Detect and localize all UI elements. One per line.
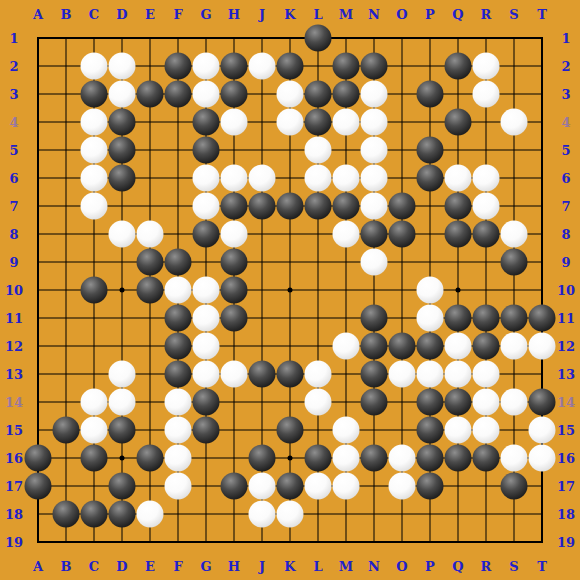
stone-white-R3 [473,81,500,108]
stone-white-T16 [529,445,556,472]
stone-black-P12 [417,333,444,360]
stone-white-C14 [81,389,108,416]
stone-white-P13 [417,361,444,388]
coord-label-right-6: 6 [561,172,570,185]
coord-label-left-1: 1 [9,32,18,45]
coord-label-top-A: A [33,8,43,21]
stone-black-N16 [361,445,388,472]
stone-black-B15 [53,417,80,444]
stone-white-G6 [193,165,220,192]
coord-label-top-K: K [284,8,295,21]
coord-label-bottom-N: N [368,560,380,573]
coord-label-left-11: 11 [5,312,23,325]
stone-black-J13 [249,361,276,388]
stone-black-P6 [417,165,444,192]
coord-label-left-2: 2 [9,60,18,73]
stone-black-M7 [333,193,360,220]
stone-black-E3 [137,81,164,108]
stone-black-G4 [193,109,220,136]
coord-label-top-G: G [200,8,211,21]
coord-label-bottom-H: H [228,560,240,573]
stone-black-K2 [277,53,304,80]
coord-label-top-T: T [537,8,547,21]
stone-black-P15 [417,417,444,444]
stone-black-F2 [165,53,192,80]
stone-black-Q7 [445,193,472,220]
stone-black-K17 [277,473,304,500]
stone-white-F15 [165,417,192,444]
stone-white-M15 [333,417,360,444]
coord-label-right-12: 12 [557,340,575,353]
stone-black-M3 [333,81,360,108]
stone-white-K4 [277,109,304,136]
stone-white-T12 [529,333,556,360]
coord-label-left-18: 18 [5,508,23,521]
stone-black-D15 [109,417,136,444]
stone-black-R12 [473,333,500,360]
stone-white-M12 [333,333,360,360]
stone-black-D6 [109,165,136,192]
stone-white-Q13 [445,361,472,388]
coord-label-bottom-J: J [259,560,265,573]
stone-black-C3 [81,81,108,108]
stone-black-S9 [501,249,528,276]
coord-label-top-Q: Q [452,8,463,21]
stone-white-P10 [417,277,444,304]
stone-black-P17 [417,473,444,500]
stone-white-E18 [137,501,164,528]
stone-black-M2 [333,53,360,80]
stone-black-E16 [137,445,164,472]
stone-white-Q6 [445,165,472,192]
stone-white-S14 [501,389,528,416]
stone-white-N5 [361,137,388,164]
stone-black-Q2 [445,53,472,80]
coord-label-top-D: D [116,8,127,21]
coord-label-right-4: 4 [561,116,570,129]
coord-label-left-15: 15 [5,424,23,437]
stone-white-K18 [277,501,304,528]
stone-white-G11 [193,305,220,332]
coord-label-top-L: L [313,8,322,21]
stone-white-G2 [193,53,220,80]
stone-white-H4 [221,109,248,136]
coord-label-top-F: F [173,8,182,21]
stone-black-H11 [221,305,248,332]
stone-white-R6 [473,165,500,192]
stone-white-D14 [109,389,136,416]
stone-black-P3 [417,81,444,108]
stone-black-Q8 [445,221,472,248]
stone-black-E10 [137,277,164,304]
coord-label-right-8: 8 [561,228,570,241]
stone-white-L6 [305,165,332,192]
coord-label-top-C: C [89,8,99,21]
coord-label-bottom-P: P [425,560,435,573]
stone-white-O16 [389,445,416,472]
coord-label-top-B: B [61,8,72,21]
stone-black-Q16 [445,445,472,472]
stone-black-H3 [221,81,248,108]
stone-black-N11 [361,305,388,332]
coord-label-right-14: 14 [557,396,575,409]
coord-label-left-9: 9 [9,256,18,269]
coord-label-top-S: S [509,8,518,21]
stone-white-C5 [81,137,108,164]
stone-white-D8 [109,221,136,248]
stone-white-F17 [165,473,192,500]
stone-black-D17 [109,473,136,500]
stone-black-P16 [417,445,444,472]
coord-label-bottom-G: G [200,560,211,573]
coord-label-right-11: 11 [557,312,575,325]
stone-white-R14 [473,389,500,416]
stone-white-R2 [473,53,500,80]
stone-black-L16 [305,445,332,472]
stone-white-H13 [221,361,248,388]
stone-white-C2 [81,53,108,80]
stone-black-L7 [305,193,332,220]
coord-label-left-4: 4 [9,116,18,129]
stone-black-P14 [417,389,444,416]
coord-label-right-15: 15 [557,424,575,437]
stone-black-H9 [221,249,248,276]
coord-label-right-16: 16 [557,452,575,465]
stone-white-S4 [501,109,528,136]
stone-white-S16 [501,445,528,472]
stone-black-Q11 [445,305,472,332]
stone-white-O13 [389,361,416,388]
stone-white-F14 [165,389,192,416]
coord-label-left-5: 5 [9,144,18,157]
stone-black-C18 [81,501,108,528]
stone-white-L17 [305,473,332,500]
stone-black-K15 [277,417,304,444]
stone-black-O12 [389,333,416,360]
stone-white-H6 [221,165,248,192]
stone-black-R11 [473,305,500,332]
stone-white-R15 [473,417,500,444]
stone-black-C10 [81,277,108,304]
coord-label-bottom-F: F [173,560,182,573]
coord-label-top-H: H [228,8,240,21]
coord-label-bottom-T: T [537,560,547,573]
stone-black-B18 [53,501,80,528]
coord-label-left-3: 3 [9,88,18,101]
coord-label-bottom-S: S [509,560,518,573]
coord-label-left-17: 17 [5,480,23,493]
coord-label-top-R: R [481,8,492,21]
stone-white-S8 [501,221,528,248]
stone-black-A16 [25,445,52,472]
stone-white-F10 [165,277,192,304]
stone-black-O7 [389,193,416,220]
coord-label-left-19: 19 [5,536,23,549]
coord-label-top-M: M [339,8,353,21]
go-board[interactable]: AABBCCDDEEFFGGHHJJKKLLMMNNOOPPQQRRSSTT11… [0,0,580,580]
stone-white-J6 [249,165,276,192]
stone-white-D13 [109,361,136,388]
stone-black-P5 [417,137,444,164]
stone-black-N13 [361,361,388,388]
stone-black-J7 [249,193,276,220]
stone-black-H10 [221,277,248,304]
stone-black-L1 [305,25,332,52]
stone-white-C4 [81,109,108,136]
stone-white-N3 [361,81,388,108]
stone-black-G14 [193,389,220,416]
stone-white-P11 [417,305,444,332]
stone-white-Q15 [445,417,472,444]
coord-label-right-9: 9 [561,256,570,269]
stone-white-J17 [249,473,276,500]
stone-black-J16 [249,445,276,472]
coord-label-left-12: 12 [5,340,23,353]
coord-label-right-17: 17 [557,480,575,493]
stone-white-M16 [333,445,360,472]
coord-label-left-7: 7 [9,200,18,213]
stone-white-D2 [109,53,136,80]
coord-label-bottom-A: A [33,560,43,573]
coord-label-bottom-Q: Q [452,560,463,573]
stone-white-H8 [221,221,248,248]
stone-black-R16 [473,445,500,472]
stone-white-E8 [137,221,164,248]
stone-black-Q4 [445,109,472,136]
coord-label-left-16: 16 [5,452,23,465]
coord-label-bottom-E: E [145,560,155,573]
coord-label-top-O: O [396,8,407,21]
coord-label-right-13: 13 [557,368,575,381]
coord-label-bottom-M: M [339,560,353,573]
stone-black-G5 [193,137,220,164]
coord-label-top-N: N [368,8,380,21]
stone-white-O17 [389,473,416,500]
stone-black-H7 [221,193,248,220]
stone-white-G13 [193,361,220,388]
coord-label-bottom-K: K [284,560,295,573]
stone-black-H17 [221,473,248,500]
coord-label-right-3: 3 [561,88,570,101]
stone-black-K13 [277,361,304,388]
stone-white-L14 [305,389,332,416]
stone-black-Q14 [445,389,472,416]
stone-white-C15 [81,417,108,444]
stone-black-S17 [501,473,528,500]
coord-label-top-P: P [425,8,435,21]
coord-label-left-8: 8 [9,228,18,241]
stone-white-M4 [333,109,360,136]
stone-white-N4 [361,109,388,136]
stone-white-D3 [109,81,136,108]
stone-white-M8 [333,221,360,248]
stone-white-N6 [361,165,388,192]
stone-black-F12 [165,333,192,360]
stone-black-N2 [361,53,388,80]
coord-label-left-10: 10 [5,284,23,297]
coord-label-right-19: 19 [557,536,575,549]
stone-black-F9 [165,249,192,276]
stone-white-R13 [473,361,500,388]
stone-white-G12 [193,333,220,360]
coord-label-bottom-B: B [61,560,72,573]
stone-white-K3 [277,81,304,108]
stone-black-L4 [305,109,332,136]
stone-black-N8 [361,221,388,248]
stone-white-L13 [305,361,332,388]
stone-black-F11 [165,305,192,332]
coord-label-right-5: 5 [561,144,570,157]
stone-white-G3 [193,81,220,108]
coord-label-bottom-O: O [396,560,407,573]
stone-white-C7 [81,193,108,220]
stone-white-G10 [193,277,220,304]
go-app-window: { "game": "go", "board": { "size": 19, "… [0,0,580,580]
coord-label-bottom-L: L [313,560,322,573]
stone-black-R8 [473,221,500,248]
coord-label-bottom-R: R [481,560,492,573]
stone-black-F13 [165,361,192,388]
stone-black-K7 [277,193,304,220]
coord-label-left-6: 6 [9,172,18,185]
coord-label-left-13: 13 [5,368,23,381]
stone-white-F16 [165,445,192,472]
stone-black-T14 [529,389,556,416]
stone-black-A17 [25,473,52,500]
stone-white-M6 [333,165,360,192]
stone-black-S11 [501,305,528,332]
coord-label-bottom-C: C [89,560,99,573]
stone-white-L5 [305,137,332,164]
stone-black-L3 [305,81,332,108]
coord-label-right-10: 10 [557,284,575,297]
stone-white-T15 [529,417,556,444]
stone-black-N14 [361,389,388,416]
stone-white-C6 [81,165,108,192]
stone-black-G8 [193,221,220,248]
stone-white-Q12 [445,333,472,360]
stone-white-S12 [501,333,528,360]
coord-label-top-E: E [145,8,155,21]
stone-black-N12 [361,333,388,360]
stone-black-F3 [165,81,192,108]
stone-black-E9 [137,249,164,276]
stone-white-N9 [361,249,388,276]
stone-white-G7 [193,193,220,220]
coord-label-right-1: 1 [561,32,570,45]
stone-white-N7 [361,193,388,220]
coord-label-right-7: 7 [561,200,570,213]
coord-label-top-J: J [259,8,265,21]
coord-label-bottom-D: D [116,560,127,573]
coord-label-right-2: 2 [561,60,570,73]
stone-black-C16 [81,445,108,472]
stone-black-O8 [389,221,416,248]
coord-label-left-14: 14 [5,396,23,409]
stone-black-G15 [193,417,220,444]
stone-white-J18 [249,501,276,528]
stone-white-M17 [333,473,360,500]
stone-white-J2 [249,53,276,80]
coord-label-right-18: 18 [557,508,575,521]
stone-black-H2 [221,53,248,80]
stone-black-D18 [109,501,136,528]
stone-black-T11 [529,305,556,332]
stone-white-R7 [473,193,500,220]
stone-black-D4 [109,109,136,136]
stone-black-D5 [109,137,136,164]
